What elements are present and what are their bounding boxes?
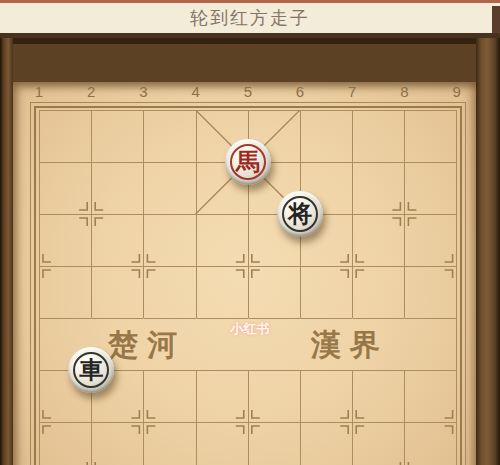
turn-indicator-text: 轮到红方走子 (190, 6, 310, 30)
piece-glyph: 将 (288, 202, 312, 226)
file-coordinate: 5 (244, 83, 252, 100)
titlebar-edge-decoration (492, 6, 500, 36)
file-coordinate: 2 (87, 83, 95, 100)
file-coordinate: 4 (191, 83, 199, 100)
frame-top-edge (0, 38, 500, 44)
pieces-layer: 馬将車 (39, 110, 457, 465)
file-coordinate: 9 (452, 83, 460, 100)
file-coordinate: 7 (348, 83, 356, 100)
file-coordinate: 1 (35, 83, 43, 100)
piece-black-general[interactable]: 将 (277, 191, 323, 237)
piece-black-chariot[interactable]: 車 (68, 347, 114, 393)
file-coordinate: 3 (139, 83, 147, 100)
file-coordinate: 8 (400, 83, 408, 100)
board-wooden-frame: 123456789 楚河 漢界 小红书 馬将車 (0, 38, 500, 465)
frame-right-edge (476, 38, 500, 465)
title-bar: 轮到红方走子 (0, 0, 500, 33)
frame-left-edge (0, 38, 13, 465)
piece-red-horse[interactable]: 馬 (225, 139, 271, 185)
xiangqi-app-window: 轮到红方走子 123456789 楚河 漢界 小红书 馬将車 (0, 0, 500, 465)
file-coordinate: 6 (296, 83, 304, 100)
xiangqi-board[interactable]: 123456789 楚河 漢界 小红书 馬将車 (13, 82, 476, 465)
piece-glyph: 馬 (236, 150, 260, 174)
piece-glyph: 車 (79, 358, 103, 382)
